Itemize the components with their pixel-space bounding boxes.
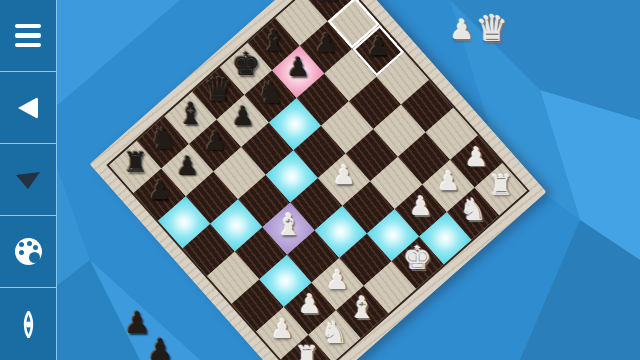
theme-button[interactable] [0,216,57,288]
flag-button[interactable] [0,144,57,216]
menu-button[interactable] [0,0,57,72]
location-button[interactable] [0,288,57,360]
app-window: ♜♞♝♛♚♝♜♟♟♟♟♞♟♟♟♝♟♟♟♟♟♟♟♜♞♝♚♞♜ ♟♛ ♟♟ [0,0,640,360]
sidebar-toolbar [0,0,57,360]
back-arrow-icon [18,97,38,119]
palette-icon [15,238,42,265]
flag-icon [15,170,41,190]
back-button[interactable] [0,72,57,144]
menu-icon [15,24,41,48]
location-icon [15,311,42,338]
